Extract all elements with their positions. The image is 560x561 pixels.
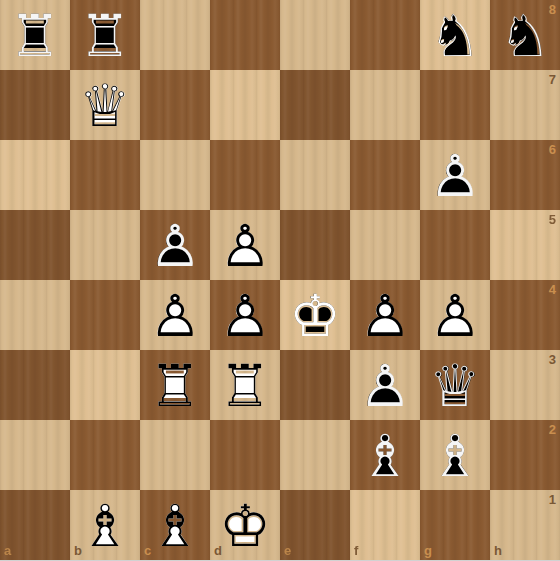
rank-label-6: 6 bbox=[549, 143, 556, 156]
rank-label-8: 8 bbox=[549, 3, 556, 16]
square-g2[interactable]: ♝♗ bbox=[420, 420, 490, 490]
square-c8[interactable] bbox=[140, 0, 210, 70]
square-d3[interactable]: ♜♖ bbox=[210, 350, 280, 420]
file-label-e: e bbox=[284, 544, 291, 557]
piece-black-pawn[interactable]: ♟♙ bbox=[420, 140, 490, 210]
black-pawn-outline-icon: ♙ bbox=[140, 210, 210, 280]
piece-black-rook[interactable]: ♜♖ bbox=[70, 0, 140, 70]
black-pawn-outline-icon: ♙ bbox=[350, 350, 420, 420]
piece-white-pawn[interactable]: ♟♙ bbox=[210, 210, 280, 280]
black-bishop-outline-icon: ♗ bbox=[420, 420, 490, 490]
square-g8[interactable]: ♞♘ bbox=[420, 0, 490, 70]
square-c7[interactable] bbox=[140, 70, 210, 140]
chess-board: ♜♖♜♖♞♘8♞♘♛♕7♟♙6♟♙♟♙5♟♙♟♙♚♔♟♙♟♙4♜♖♜♖♟♙♛♕3… bbox=[0, 0, 560, 560]
square-e6[interactable] bbox=[280, 140, 350, 210]
square-g6[interactable]: ♟♙ bbox=[420, 140, 490, 210]
square-g4[interactable]: ♟♙ bbox=[420, 280, 490, 350]
square-e7[interactable] bbox=[280, 70, 350, 140]
file-label-b: b bbox=[74, 544, 82, 557]
square-b4[interactable] bbox=[70, 280, 140, 350]
square-c3[interactable]: ♜♖ bbox=[140, 350, 210, 420]
square-d7[interactable] bbox=[210, 70, 280, 140]
square-h3[interactable]: 3 bbox=[490, 350, 560, 420]
square-b5[interactable] bbox=[70, 210, 140, 280]
black-knight-outline-icon: ♘ bbox=[420, 0, 490, 70]
square-g3[interactable]: ♛♕ bbox=[420, 350, 490, 420]
file-label-f: f bbox=[354, 544, 358, 557]
square-f4[interactable]: ♟♙ bbox=[350, 280, 420, 350]
square-a7[interactable] bbox=[0, 70, 70, 140]
square-b7[interactable]: ♛♕ bbox=[70, 70, 140, 140]
file-label-a: a bbox=[4, 544, 11, 557]
rank-label-4: 4 bbox=[549, 283, 556, 296]
square-a5[interactable] bbox=[0, 210, 70, 280]
white-pawn-outline-icon: ♙ bbox=[350, 280, 420, 350]
square-f8[interactable] bbox=[350, 0, 420, 70]
square-d6[interactable] bbox=[210, 140, 280, 210]
square-e4[interactable]: ♚♔ bbox=[280, 280, 350, 350]
square-d4[interactable]: ♟♙ bbox=[210, 280, 280, 350]
white-pawn-outline-icon: ♙ bbox=[210, 210, 280, 280]
square-c6[interactable] bbox=[140, 140, 210, 210]
rank-label-3: 3 bbox=[549, 353, 556, 366]
square-b3[interactable] bbox=[70, 350, 140, 420]
square-e3[interactable] bbox=[280, 350, 350, 420]
square-e5[interactable] bbox=[280, 210, 350, 280]
square-d2[interactable] bbox=[210, 420, 280, 490]
square-g7[interactable] bbox=[420, 70, 490, 140]
square-h1[interactable]: 1h bbox=[490, 490, 560, 560]
black-king-outline-icon: ♔ bbox=[280, 280, 350, 350]
piece-white-rook[interactable]: ♜♖ bbox=[210, 350, 280, 420]
square-e8[interactable] bbox=[280, 0, 350, 70]
rank-label-1: 1 bbox=[549, 493, 556, 506]
square-h5[interactable]: 5 bbox=[490, 210, 560, 280]
square-a2[interactable] bbox=[0, 420, 70, 490]
piece-black-bishop[interactable]: ♝♗ bbox=[350, 420, 420, 490]
square-h2[interactable]: 2 bbox=[490, 420, 560, 490]
square-f7[interactable] bbox=[350, 70, 420, 140]
piece-white-pawn[interactable]: ♟♙ bbox=[420, 280, 490, 350]
square-b1[interactable]: b♝♗ bbox=[70, 490, 140, 560]
square-e1[interactable]: e bbox=[280, 490, 350, 560]
square-a8[interactable]: ♜♖ bbox=[0, 0, 70, 70]
white-rook-outline-icon: ♖ bbox=[140, 350, 210, 420]
piece-black-knight[interactable]: ♞♘ bbox=[420, 0, 490, 70]
square-a1[interactable]: a bbox=[0, 490, 70, 560]
square-h6[interactable]: 6 bbox=[490, 140, 560, 210]
white-pawn-outline-icon: ♙ bbox=[420, 280, 490, 350]
piece-black-pawn[interactable]: ♟♙ bbox=[350, 350, 420, 420]
square-f2[interactable]: ♝♗ bbox=[350, 420, 420, 490]
black-bishop-outline-icon: ♗ bbox=[350, 420, 420, 490]
square-c2[interactable] bbox=[140, 420, 210, 490]
square-a3[interactable] bbox=[0, 350, 70, 420]
square-f6[interactable] bbox=[350, 140, 420, 210]
black-rook-outline-icon: ♖ bbox=[70, 0, 140, 70]
square-h7[interactable]: 7 bbox=[490, 70, 560, 140]
piece-white-pawn[interactable]: ♟♙ bbox=[210, 280, 280, 350]
square-b6[interactable] bbox=[70, 140, 140, 210]
square-f1[interactable]: f bbox=[350, 490, 420, 560]
square-d8[interactable] bbox=[210, 0, 280, 70]
square-b2[interactable] bbox=[70, 420, 140, 490]
piece-black-king[interactable]: ♚♔ bbox=[280, 280, 350, 350]
piece-black-rook[interactable]: ♜♖ bbox=[0, 0, 70, 70]
square-f5[interactable] bbox=[350, 210, 420, 280]
square-c5[interactable]: ♟♙ bbox=[140, 210, 210, 280]
rank-label-5: 5 bbox=[549, 213, 556, 226]
piece-black-bishop[interactable]: ♝♗ bbox=[420, 420, 490, 490]
file-label-d: d bbox=[214, 544, 222, 557]
square-f3[interactable]: ♟♙ bbox=[350, 350, 420, 420]
square-e2[interactable] bbox=[280, 420, 350, 490]
rank-label-7: 7 bbox=[549, 73, 556, 86]
square-a4[interactable] bbox=[0, 280, 70, 350]
square-d5[interactable]: ♟♙ bbox=[210, 210, 280, 280]
white-pawn-outline-icon: ♙ bbox=[140, 280, 210, 350]
square-a6[interactable] bbox=[0, 140, 70, 210]
rank-label-2: 2 bbox=[549, 423, 556, 436]
file-label-g: g bbox=[424, 544, 432, 557]
square-g1[interactable]: g bbox=[420, 490, 490, 560]
black-pawn-outline-icon: ♙ bbox=[420, 140, 490, 210]
square-c1[interactable]: c♝♗ bbox=[140, 490, 210, 560]
white-rook-outline-icon: ♖ bbox=[210, 350, 280, 420]
piece-white-pawn[interactable]: ♟♙ bbox=[140, 280, 210, 350]
square-b8[interactable]: ♜♖ bbox=[70, 0, 140, 70]
black-queen-outline-icon: ♕ bbox=[420, 350, 490, 420]
piece-black-pawn[interactable]: ♟♙ bbox=[140, 210, 210, 280]
file-label-h: h bbox=[494, 544, 502, 557]
white-pawn-outline-icon: ♙ bbox=[210, 280, 280, 350]
square-h4[interactable]: 4 bbox=[490, 280, 560, 350]
piece-white-queen[interactable]: ♛♕ bbox=[70, 70, 140, 140]
square-c4[interactable]: ♟♙ bbox=[140, 280, 210, 350]
file-label-c: c bbox=[144, 544, 151, 557]
square-h8[interactable]: 8♞♘ bbox=[490, 0, 560, 70]
white-queen-outline-icon: ♕ bbox=[70, 70, 140, 140]
piece-white-rook[interactable]: ♜♖ bbox=[140, 350, 210, 420]
square-g5[interactable] bbox=[420, 210, 490, 280]
black-rook-outline-icon: ♖ bbox=[0, 0, 70, 70]
square-d1[interactable]: d♚♔ bbox=[210, 490, 280, 560]
piece-black-queen[interactable]: ♛♕ bbox=[420, 350, 490, 420]
piece-white-pawn[interactable]: ♟♙ bbox=[350, 280, 420, 350]
